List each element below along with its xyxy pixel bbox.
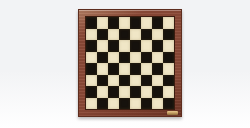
square-r1c4[interactable] (119, 17, 130, 29)
maker-stamp-icon (167, 111, 178, 115)
square-r5c7[interactable] (152, 63, 163, 75)
square-r6c7[interactable] (152, 75, 163, 87)
square-r2c3[interactable] (108, 29, 119, 41)
square-r6c5[interactable] (130, 75, 141, 87)
square-r5c2[interactable] (97, 63, 108, 75)
square-r1c1[interactable] (86, 17, 97, 29)
square-r2c8[interactable] (163, 29, 174, 41)
square-r3c7[interactable] (152, 40, 163, 52)
square-r1c6[interactable] (141, 17, 152, 29)
square-r6c4[interactable] (119, 75, 130, 87)
square-r4c3[interactable] (108, 52, 119, 64)
square-r7c7[interactable] (152, 86, 163, 98)
square-r8c6[interactable] (141, 98, 152, 110)
page-background (0, 0, 250, 128)
square-r2c7[interactable] (152, 29, 163, 41)
square-r7c5[interactable] (130, 86, 141, 98)
board-frame (78, 9, 182, 117)
square-r6c1[interactable] (86, 75, 97, 87)
square-r5c4[interactable] (119, 63, 130, 75)
square-r1c7[interactable] (152, 17, 163, 29)
square-r3c1[interactable] (86, 40, 97, 52)
square-r7c4[interactable] (119, 86, 130, 98)
square-r3c6[interactable] (141, 40, 152, 52)
square-r8c5[interactable] (130, 98, 141, 110)
square-r3c5[interactable] (130, 40, 141, 52)
square-r3c2[interactable] (97, 40, 108, 52)
square-r7c8[interactable] (163, 86, 174, 98)
square-r8c2[interactable] (97, 98, 108, 110)
square-r3c3[interactable] (108, 40, 119, 52)
square-r5c3[interactable] (108, 63, 119, 75)
square-r4c7[interactable] (152, 52, 163, 64)
square-r8c3[interactable] (108, 98, 119, 110)
square-r1c5[interactable] (130, 17, 141, 29)
square-r7c6[interactable] (141, 86, 152, 98)
square-r8c1[interactable] (86, 98, 97, 110)
square-r5c6[interactable] (141, 63, 152, 75)
board-grid (85, 16, 175, 110)
chessboard[interactable] (78, 9, 182, 117)
square-r3c8[interactable] (163, 40, 174, 52)
square-r3c4[interactable] (119, 40, 130, 52)
square-r6c3[interactable] (108, 75, 119, 87)
square-r5c5[interactable] (130, 63, 141, 75)
square-r4c6[interactable] (141, 52, 152, 64)
square-r2c6[interactable] (141, 29, 152, 41)
square-r6c6[interactable] (141, 75, 152, 87)
square-r4c8[interactable] (163, 52, 174, 64)
square-r4c4[interactable] (119, 52, 130, 64)
square-r4c5[interactable] (130, 52, 141, 64)
square-r2c1[interactable] (86, 29, 97, 41)
square-r7c3[interactable] (108, 86, 119, 98)
square-r1c2[interactable] (97, 17, 108, 29)
square-r6c2[interactable] (97, 75, 108, 87)
square-r6c8[interactable] (163, 75, 174, 87)
square-r2c4[interactable] (119, 29, 130, 41)
square-r8c8[interactable] (163, 98, 174, 110)
square-r8c4[interactable] (119, 98, 130, 110)
square-r4c1[interactable] (86, 52, 97, 64)
square-r2c2[interactable] (97, 29, 108, 41)
square-r1c8[interactable] (163, 17, 174, 29)
square-r4c2[interactable] (97, 52, 108, 64)
square-r2c5[interactable] (130, 29, 141, 41)
square-r7c1[interactable] (86, 86, 97, 98)
square-r7c2[interactable] (97, 86, 108, 98)
square-r5c8[interactable] (163, 63, 174, 75)
square-r8c7[interactable] (152, 98, 163, 110)
square-r1c3[interactable] (108, 17, 119, 29)
square-r5c1[interactable] (86, 63, 97, 75)
